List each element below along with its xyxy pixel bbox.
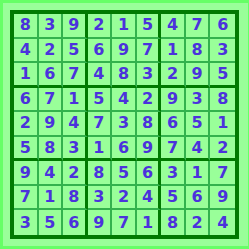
sudoku-cell-r9c3[interactable]: 6 <box>63 210 88 235</box>
sudoku-cell-r4c6[interactable]: 2 <box>137 88 162 113</box>
sudoku-cell-r6c8[interactable]: 4 <box>186 137 211 162</box>
sudoku-page: 8392154764256971831674832956715429382947… <box>0 0 249 249</box>
sudoku-cell-r1c2[interactable]: 3 <box>39 14 64 39</box>
sudoku-cell-r7c4[interactable]: 8 <box>88 161 113 186</box>
sudoku-cell-r3c5[interactable]: 8 <box>112 63 137 88</box>
sudoku-cell-r3c9[interactable]: 5 <box>210 63 235 88</box>
sudoku-cell-r5c9[interactable]: 1 <box>210 112 235 137</box>
sudoku-cell-r4c1[interactable]: 6 <box>14 88 39 113</box>
sudoku-cell-r3c7[interactable]: 2 <box>161 63 186 88</box>
sudoku-cell-r1c6[interactable]: 5 <box>137 14 162 39</box>
sudoku-cell-r6c2[interactable]: 8 <box>39 137 64 162</box>
sudoku-cell-r1c9[interactable]: 6 <box>210 14 235 39</box>
sudoku-cell-r9c1[interactable]: 3 <box>14 210 39 235</box>
sudoku-cell-r1c1[interactable]: 8 <box>14 14 39 39</box>
sudoku-cell-r9c9[interactable]: 4 <box>210 210 235 235</box>
sudoku-cell-r2c1[interactable]: 4 <box>14 39 39 64</box>
sudoku-cell-r8c9[interactable]: 9 <box>210 186 235 211</box>
sudoku-board: 8392154764256971831674832956715429382947… <box>10 10 239 239</box>
sudoku-cell-r8c7[interactable]: 5 <box>161 186 186 211</box>
sudoku-cell-r6c9[interactable]: 2 <box>210 137 235 162</box>
sudoku-cell-r6c6[interactable]: 9 <box>137 137 162 162</box>
sudoku-cell-r8c8[interactable]: 6 <box>186 186 211 211</box>
sudoku-cell-r7c3[interactable]: 2 <box>63 161 88 186</box>
sudoku-cell-r4c5[interactable]: 4 <box>112 88 137 113</box>
sudoku-cell-r7c6[interactable]: 6 <box>137 161 162 186</box>
sudoku-cell-r7c1[interactable]: 9 <box>14 161 39 186</box>
sudoku-cell-r6c5[interactable]: 6 <box>112 137 137 162</box>
sudoku-cell-r7c8[interactable]: 1 <box>186 161 211 186</box>
sudoku-cell-r3c3[interactable]: 7 <box>63 63 88 88</box>
sudoku-cell-r1c5[interactable]: 1 <box>112 14 137 39</box>
sudoku-cell-r5c6[interactable]: 8 <box>137 112 162 137</box>
sudoku-cell-r2c2[interactable]: 2 <box>39 39 64 64</box>
sudoku-cell-r7c7[interactable]: 3 <box>161 161 186 186</box>
sudoku-cell-r9c7[interactable]: 8 <box>161 210 186 235</box>
sudoku-cell-r8c6[interactable]: 4 <box>137 186 162 211</box>
sudoku-cell-r1c8[interactable]: 7 <box>186 14 211 39</box>
sudoku-cell-r1c7[interactable]: 4 <box>161 14 186 39</box>
sudoku-cell-r9c8[interactable]: 2 <box>186 210 211 235</box>
sudoku-cell-r2c4[interactable]: 6 <box>88 39 113 64</box>
sudoku-cell-r1c4[interactable]: 2 <box>88 14 113 39</box>
sudoku-cell-r8c3[interactable]: 8 <box>63 186 88 211</box>
sudoku-cell-r9c5[interactable]: 7 <box>112 210 137 235</box>
sudoku-cell-r4c9[interactable]: 8 <box>210 88 235 113</box>
sudoku-cell-r1c3[interactable]: 9 <box>63 14 88 39</box>
sudoku-cell-r5c1[interactable]: 2 <box>14 112 39 137</box>
sudoku-cell-r6c7[interactable]: 7 <box>161 137 186 162</box>
sudoku-cell-r4c7[interactable]: 9 <box>161 88 186 113</box>
sudoku-cell-r9c2[interactable]: 5 <box>39 210 64 235</box>
sudoku-cell-r4c4[interactable]: 5 <box>88 88 113 113</box>
sudoku-cell-r2c6[interactable]: 7 <box>137 39 162 64</box>
sudoku-cell-r3c8[interactable]: 9 <box>186 63 211 88</box>
sudoku-cell-r3c1[interactable]: 1 <box>14 63 39 88</box>
sudoku-cell-r5c7[interactable]: 6 <box>161 112 186 137</box>
sudoku-cell-r8c4[interactable]: 3 <box>88 186 113 211</box>
sudoku-cell-r4c3[interactable]: 1 <box>63 88 88 113</box>
sudoku-cell-r4c2[interactable]: 7 <box>39 88 64 113</box>
sudoku-cell-r2c5[interactable]: 9 <box>112 39 137 64</box>
sudoku-cell-r9c6[interactable]: 1 <box>137 210 162 235</box>
sudoku-cell-r5c3[interactable]: 4 <box>63 112 88 137</box>
sudoku-cell-r3c6[interactable]: 3 <box>137 63 162 88</box>
sudoku-cell-r8c1[interactable]: 7 <box>14 186 39 211</box>
sudoku-cell-r4c8[interactable]: 3 <box>186 88 211 113</box>
sudoku-cell-r9c4[interactable]: 9 <box>88 210 113 235</box>
sudoku-cell-r7c9[interactable]: 7 <box>210 161 235 186</box>
sudoku-cell-r6c3[interactable]: 3 <box>63 137 88 162</box>
sudoku-cell-r6c4[interactable]: 1 <box>88 137 113 162</box>
sudoku-cell-r7c2[interactable]: 4 <box>39 161 64 186</box>
sudoku-cell-r3c4[interactable]: 4 <box>88 63 113 88</box>
sudoku-cell-r8c2[interactable]: 1 <box>39 186 64 211</box>
sudoku-cell-r2c9[interactable]: 3 <box>210 39 235 64</box>
sudoku-cell-r6c1[interactable]: 5 <box>14 137 39 162</box>
sudoku-cell-r2c8[interactable]: 8 <box>186 39 211 64</box>
sudoku-cell-r5c5[interactable]: 3 <box>112 112 137 137</box>
sudoku-cell-r2c7[interactable]: 1 <box>161 39 186 64</box>
sudoku-cell-r2c3[interactable]: 5 <box>63 39 88 64</box>
sudoku-cell-r5c8[interactable]: 5 <box>186 112 211 137</box>
sudoku-cell-r5c2[interactable]: 9 <box>39 112 64 137</box>
sudoku-cell-r7c5[interactable]: 5 <box>112 161 137 186</box>
sudoku-cell-r8c5[interactable]: 2 <box>112 186 137 211</box>
sudoku-cell-r5c4[interactable]: 7 <box>88 112 113 137</box>
sudoku-cell-r3c2[interactable]: 6 <box>39 63 64 88</box>
